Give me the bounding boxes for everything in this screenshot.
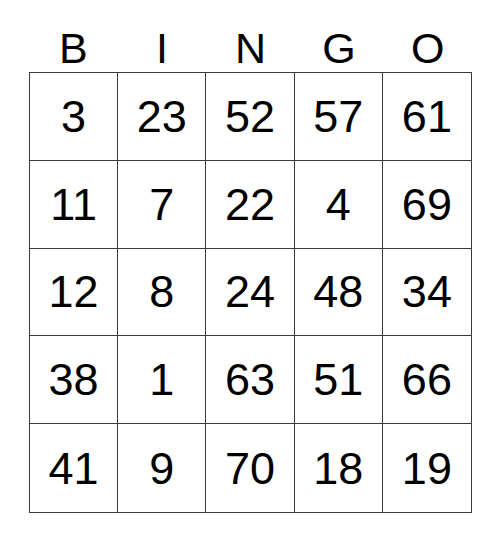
column-letter-o: O <box>383 27 472 72</box>
bingo-cell-r1c4[interactable]: 57 <box>295 73 383 161</box>
bingo-cell-r2c2[interactable]: 7 <box>118 161 206 249</box>
bingo-cell-r2c4[interactable]: 4 <box>295 161 383 249</box>
bingo-cell-r3c5[interactable]: 34 <box>383 249 471 337</box>
bingo-cell-r4c1[interactable]: 38 <box>30 336 118 424</box>
bingo-cell-r1c5[interactable]: 61 <box>383 73 471 161</box>
bingo-header: B I N G O <box>29 0 472 72</box>
bingo-cell-r2c5[interactable]: 69 <box>383 161 471 249</box>
bingo-cell-r5c4[interactable]: 18 <box>295 424 383 512</box>
bingo-cell-r4c4[interactable]: 51 <box>295 336 383 424</box>
bingo-cell-r4c5[interactable]: 66 <box>383 336 471 424</box>
bingo-cell-r2c1[interactable]: 11 <box>30 161 118 249</box>
bingo-grid: 3 23 52 57 61 11 7 22 4 69 12 8 24 48 34… <box>29 72 472 513</box>
bingo-cell-r3c2[interactable]: 8 <box>118 249 206 337</box>
bingo-cell-r5c3[interactable]: 70 <box>206 424 294 512</box>
bingo-cell-r1c3[interactable]: 52 <box>206 73 294 161</box>
bingo-cell-r1c2[interactable]: 23 <box>118 73 206 161</box>
bingo-card: B I N G O 3 23 52 57 61 11 7 22 4 69 12 … <box>29 0 472 513</box>
bingo-cell-r5c5[interactable]: 19 <box>383 424 471 512</box>
column-letter-i: I <box>118 27 207 72</box>
bingo-cell-r5c2[interactable]: 9 <box>118 424 206 512</box>
bingo-cell-r4c2[interactable]: 1 <box>118 336 206 424</box>
bingo-cell-r1c1[interactable]: 3 <box>30 73 118 161</box>
column-letter-b: B <box>29 27 118 72</box>
bingo-cell-r4c3[interactable]: 63 <box>206 336 294 424</box>
column-letter-g: G <box>295 27 384 72</box>
column-letter-n: N <box>206 27 295 72</box>
bingo-cell-r5c1[interactable]: 41 <box>30 424 118 512</box>
bingo-cell-r3c4[interactable]: 48 <box>295 249 383 337</box>
bingo-cell-r3c3[interactable]: 24 <box>206 249 294 337</box>
bingo-cell-r2c3[interactable]: 22 <box>206 161 294 249</box>
bingo-cell-r3c1[interactable]: 12 <box>30 249 118 337</box>
